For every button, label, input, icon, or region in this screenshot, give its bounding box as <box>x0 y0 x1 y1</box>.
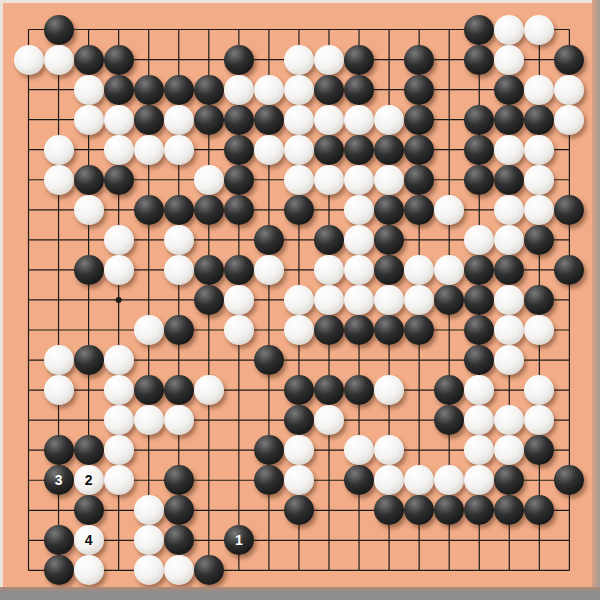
black-stone <box>224 165 254 195</box>
board-edge-left <box>0 0 3 600</box>
white-stone <box>224 315 254 345</box>
black-stone <box>44 15 74 45</box>
white-stone <box>104 435 134 465</box>
white-stone <box>254 135 284 165</box>
white-stone <box>284 315 314 345</box>
white-stone <box>464 225 494 255</box>
white-stone <box>104 255 134 285</box>
white-stone <box>404 285 434 315</box>
white-stone <box>104 405 134 435</box>
white-stone <box>314 105 344 135</box>
black-stone <box>254 345 284 375</box>
move-number-label: 3 <box>55 473 63 487</box>
black-stone-numbered: 3 <box>44 465 74 495</box>
white-stone <box>284 465 314 495</box>
white-stone <box>314 165 344 195</box>
black-stone <box>314 225 344 255</box>
white-stone <box>404 255 434 285</box>
black-stone <box>374 255 404 285</box>
white-stone <box>104 225 134 255</box>
black-stone <box>344 375 374 405</box>
black-stone <box>404 165 434 195</box>
white-stone <box>164 255 194 285</box>
black-stone <box>164 375 194 405</box>
white-stone <box>374 105 404 135</box>
board-edge-top <box>0 0 600 3</box>
white-stone <box>284 285 314 315</box>
black-stone <box>224 45 254 75</box>
white-stone <box>44 45 74 75</box>
white-stone <box>284 135 314 165</box>
white-stone <box>344 225 374 255</box>
black-stone <box>164 75 194 105</box>
black-stone <box>464 15 494 45</box>
board-edge-bottom <box>0 587 600 600</box>
black-stone <box>404 315 434 345</box>
white-stone <box>194 165 224 195</box>
white-stone <box>374 375 404 405</box>
white-stone <box>104 105 134 135</box>
black-stone <box>494 75 524 105</box>
white-stone <box>344 285 374 315</box>
black-stone <box>524 105 554 135</box>
black-stone <box>164 495 194 525</box>
black-stone <box>194 255 224 285</box>
black-stone <box>404 195 434 225</box>
white-stone <box>284 75 314 105</box>
black-stone <box>134 375 164 405</box>
white-stone <box>344 255 374 285</box>
go-board[interactable]: 3241 <box>0 0 600 600</box>
white-stone <box>134 315 164 345</box>
black-stone <box>314 315 344 345</box>
black-stone <box>344 75 374 105</box>
black-stone <box>74 495 104 525</box>
white-stone <box>134 495 164 525</box>
black-stone <box>434 285 464 315</box>
black-stone <box>44 525 74 555</box>
black-stone <box>314 375 344 405</box>
black-stone <box>404 75 434 105</box>
black-stone <box>464 285 494 315</box>
white-stone-numbered: 2 <box>74 465 104 495</box>
white-stone <box>494 195 524 225</box>
black-stone <box>374 315 404 345</box>
black-stone <box>194 105 224 135</box>
white-stone <box>74 75 104 105</box>
board-edge-right <box>592 0 600 600</box>
black-stone <box>224 195 254 225</box>
black-stone <box>194 555 224 585</box>
white-stone <box>374 285 404 315</box>
white-stone <box>164 555 194 585</box>
white-stone <box>524 75 554 105</box>
white-stone <box>434 255 464 285</box>
black-stone <box>314 75 344 105</box>
black-stone <box>464 45 494 75</box>
go-board-screenshot: 3241 <box>0 0 600 600</box>
white-stone <box>284 165 314 195</box>
white-stone <box>344 195 374 225</box>
white-stone <box>524 165 554 195</box>
white-stone <box>104 135 134 165</box>
black-stone <box>74 165 104 195</box>
white-stone <box>104 345 134 375</box>
black-stone <box>554 195 584 225</box>
black-stone <box>464 255 494 285</box>
white-stone <box>494 45 524 75</box>
black-stone <box>494 105 524 135</box>
white-stone <box>254 75 284 105</box>
black-stone <box>224 105 254 135</box>
black-stone <box>224 255 254 285</box>
white-stone <box>164 405 194 435</box>
black-stone <box>374 135 404 165</box>
white-stone <box>314 45 344 75</box>
white-stone <box>164 225 194 255</box>
white-stone <box>314 405 344 435</box>
white-stone <box>524 135 554 165</box>
white-stone-numbered: 4 <box>74 525 104 555</box>
black-stone <box>104 165 134 195</box>
black-stone <box>374 225 404 255</box>
white-stone <box>434 195 464 225</box>
black-stone <box>284 375 314 405</box>
white-stone <box>554 75 584 105</box>
white-stone <box>314 255 344 285</box>
white-stone <box>224 75 254 105</box>
black-stone <box>44 435 74 465</box>
black-stone <box>134 75 164 105</box>
white-stone <box>74 555 104 585</box>
white-stone <box>134 555 164 585</box>
white-stone <box>284 105 314 135</box>
black-stone <box>344 135 374 165</box>
white-stone <box>224 285 254 315</box>
white-stone <box>134 405 164 435</box>
white-stone <box>194 375 224 405</box>
move-number-label: 2 <box>85 473 93 487</box>
black-stone <box>374 195 404 225</box>
star-point <box>116 297 122 303</box>
black-stone <box>494 165 524 195</box>
black-stone <box>224 135 254 165</box>
black-stone <box>44 555 74 585</box>
white-stone <box>44 165 74 195</box>
white-stone <box>104 465 134 495</box>
white-stone <box>134 135 164 165</box>
black-stone <box>554 45 584 75</box>
white-stone <box>74 195 104 225</box>
black-stone <box>134 105 164 135</box>
white-stone <box>44 345 74 375</box>
black-stone <box>254 225 284 255</box>
white-stone <box>134 525 164 555</box>
black-stone <box>404 135 434 165</box>
white-stone <box>284 435 314 465</box>
black-stone <box>344 315 374 345</box>
black-stone <box>284 405 314 435</box>
white-stone <box>44 135 74 165</box>
white-stone <box>164 135 194 165</box>
black-stone <box>254 105 284 135</box>
black-stone <box>464 135 494 165</box>
white-stone <box>524 15 554 45</box>
black-stone <box>164 315 194 345</box>
black-stone <box>344 45 374 75</box>
black-stone <box>194 75 224 105</box>
black-stone <box>104 45 134 75</box>
white-stone <box>494 135 524 165</box>
white-stone <box>494 225 524 255</box>
white-stone <box>74 105 104 135</box>
black-stone <box>284 195 314 225</box>
black-stone <box>164 465 194 495</box>
black-stone <box>104 75 134 105</box>
black-stone <box>254 435 284 465</box>
black-stone <box>164 525 194 555</box>
black-stone <box>194 285 224 315</box>
black-stone <box>254 465 284 495</box>
white-stone <box>554 105 584 135</box>
black-stone <box>74 45 104 75</box>
black-stone <box>194 195 224 225</box>
black-stone <box>404 45 434 75</box>
black-stone <box>74 435 104 465</box>
black-stone <box>464 105 494 135</box>
black-stone <box>134 195 164 225</box>
black-stone <box>494 255 524 285</box>
white-stone <box>44 375 74 405</box>
white-stone <box>104 375 134 405</box>
black-stone <box>524 225 554 255</box>
white-stone <box>14 45 44 75</box>
black-stone <box>464 165 494 195</box>
black-stone <box>74 345 104 375</box>
move-number-label: 1 <box>235 533 243 547</box>
white-stone <box>524 195 554 225</box>
white-stone <box>344 105 374 135</box>
white-stone <box>344 165 374 195</box>
black-stone <box>314 135 344 165</box>
white-stone <box>494 15 524 45</box>
black-stone <box>404 105 434 135</box>
white-stone <box>164 105 194 135</box>
white-stone <box>254 255 284 285</box>
move-number-label: 4 <box>85 533 93 547</box>
white-stone <box>314 285 344 315</box>
white-stone <box>284 45 314 75</box>
black-stone <box>164 195 194 225</box>
black-stone <box>74 255 104 285</box>
white-stone <box>374 165 404 195</box>
black-stone-numbered: 1 <box>224 525 254 555</box>
